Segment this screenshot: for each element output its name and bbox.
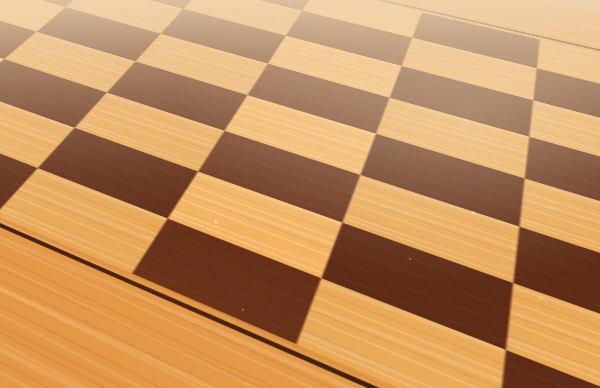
board-grid <box>0 0 600 388</box>
dust-specks <box>0 0 2 2</box>
chessboard <box>0 0 600 388</box>
chessboard-photo <box>0 0 600 388</box>
